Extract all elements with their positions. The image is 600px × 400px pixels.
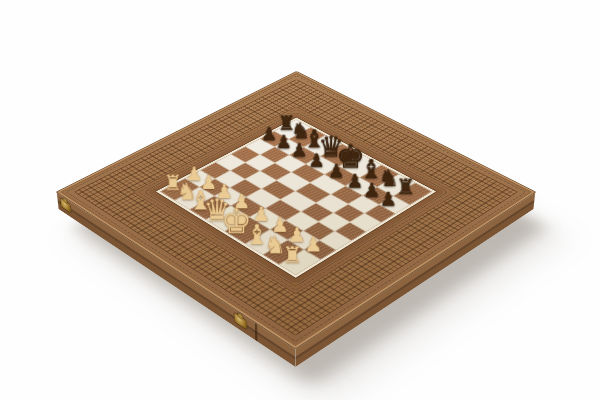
photo-stage: ♜♞♝♛♚♝♞♜♟♟♟♟♟♟♟♟♟♟♟♟♟♟♟♟♜♞♝♛♚♝♞♜ [0,0,600,400]
piece-black-pawn: ♟ [308,151,325,170]
piece-black-pawn: ♟ [380,190,397,209]
chess-box: ♜♞♝♛♚♝♞♜♟♟♟♟♟♟♟♟♟♟♟♟♟♟♟♟♜♞♝♛♚♝♞♜ [56,71,537,349]
box-top: ♜♞♝♛♚♝♞♜♟♟♟♟♟♟♟♟♟♟♟♟♟♟♟♟♜♞♝♛♚♝♞♜ [56,71,537,349]
brass-latch [60,198,71,213]
piece-black-rook: ♜ [397,177,416,198]
piece-black-pawn: ♟ [291,141,308,159]
piece-black-pawn: ♟ [275,133,291,151]
piece-white-pawn: ♟ [305,235,323,255]
scene-3d: ♜♞♝♛♚♝♞♜♟♟♟♟♟♟♟♟♟♟♟♟♟♟♟♟♜♞♝♛♚♝♞♜ [0,0,600,400]
piece-white-rook: ♜ [283,245,303,268]
piece-black-pawn: ♟ [347,172,364,191]
piece-black-pawn: ♟ [328,162,345,181]
piece-black-pawn: ♟ [363,181,380,200]
